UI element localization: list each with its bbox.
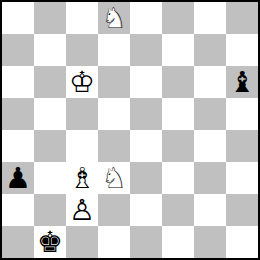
square-h1[interactable]	[226, 226, 258, 258]
square-h2[interactable]	[226, 194, 258, 226]
square-f1[interactable]	[162, 226, 194, 258]
square-a3[interactable]: ♟	[2, 162, 34, 194]
square-f6[interactable]	[162, 66, 194, 98]
square-h3[interactable]	[226, 162, 258, 194]
square-e3[interactable]	[130, 162, 162, 194]
black-king: ♚	[34, 226, 66, 258]
square-c5[interactable]	[66, 98, 98, 130]
square-h8[interactable]	[226, 2, 258, 34]
square-g8[interactable]	[194, 2, 226, 34]
white-knight-outline: ♘	[98, 2, 130, 34]
square-b7[interactable]	[34, 34, 66, 66]
square-g1[interactable]	[194, 226, 226, 258]
white-bishop: ♝♗	[66, 162, 98, 194]
white-king: ♚♔	[66, 66, 98, 98]
square-g6[interactable]	[194, 66, 226, 98]
square-f8[interactable]	[162, 2, 194, 34]
square-d6[interactable]	[98, 66, 130, 98]
square-d8[interactable]: ♞♘	[98, 2, 130, 34]
square-d5[interactable]	[98, 98, 130, 130]
square-h5[interactable]	[226, 98, 258, 130]
white-king-outline: ♔	[66, 66, 98, 98]
square-f7[interactable]	[162, 34, 194, 66]
square-h7[interactable]	[226, 34, 258, 66]
square-a1[interactable]	[2, 226, 34, 258]
square-c3[interactable]: ♝♗	[66, 162, 98, 194]
square-d2[interactable]	[98, 194, 130, 226]
square-h4[interactable]	[226, 130, 258, 162]
square-b4[interactable]	[34, 130, 66, 162]
square-b1[interactable]: ♚	[34, 226, 66, 258]
square-d1[interactable]	[98, 226, 130, 258]
square-g5[interactable]	[194, 98, 226, 130]
white-knight-outline: ♘	[98, 162, 130, 194]
black-pawn: ♟	[2, 162, 34, 194]
black-bishop-glyph: ♝	[226, 66, 258, 98]
black-bishop: ♝	[226, 66, 258, 98]
square-b6[interactable]	[34, 66, 66, 98]
square-e2[interactable]	[130, 194, 162, 226]
square-h6[interactable]: ♝	[226, 66, 258, 98]
square-e8[interactable]	[130, 2, 162, 34]
square-a5[interactable]	[2, 98, 34, 130]
square-g7[interactable]	[194, 34, 226, 66]
square-e5[interactable]	[130, 98, 162, 130]
white-knight: ♞♘	[98, 2, 130, 34]
square-g4[interactable]	[194, 130, 226, 162]
square-b3[interactable]	[34, 162, 66, 194]
square-f3[interactable]	[162, 162, 194, 194]
square-a4[interactable]	[2, 130, 34, 162]
white-pawn-outline: ♙	[66, 194, 98, 226]
square-d3[interactable]: ♞♘	[98, 162, 130, 194]
square-a7[interactable]	[2, 34, 34, 66]
square-b8[interactable]	[34, 2, 66, 34]
square-c6[interactable]: ♚♔	[66, 66, 98, 98]
square-b5[interactable]	[34, 98, 66, 130]
square-b2[interactable]	[34, 194, 66, 226]
chess-board: ♞♘♚♔♝♟♝♗♞♘♟♙♚	[0, 0, 260, 260]
square-f5[interactable]	[162, 98, 194, 130]
square-g3[interactable]	[194, 162, 226, 194]
square-d4[interactable]	[98, 130, 130, 162]
square-g2[interactable]	[194, 194, 226, 226]
black-king-glyph: ♚	[34, 226, 66, 258]
white-pawn: ♟♙	[66, 194, 98, 226]
square-e7[interactable]	[130, 34, 162, 66]
square-f4[interactable]	[162, 130, 194, 162]
square-a2[interactable]	[2, 194, 34, 226]
square-c4[interactable]	[66, 130, 98, 162]
square-c8[interactable]	[66, 2, 98, 34]
square-e6[interactable]	[130, 66, 162, 98]
square-d7[interactable]	[98, 34, 130, 66]
square-c2[interactable]: ♟♙	[66, 194, 98, 226]
square-c7[interactable]	[66, 34, 98, 66]
white-bishop-outline: ♗	[66, 162, 98, 194]
square-a8[interactable]	[2, 2, 34, 34]
square-e1[interactable]	[130, 226, 162, 258]
square-a6[interactable]	[2, 66, 34, 98]
square-f2[interactable]	[162, 194, 194, 226]
black-pawn-glyph: ♟	[2, 162, 34, 194]
square-e4[interactable]	[130, 130, 162, 162]
square-c1[interactable]	[66, 226, 98, 258]
white-knight: ♞♘	[98, 162, 130, 194]
